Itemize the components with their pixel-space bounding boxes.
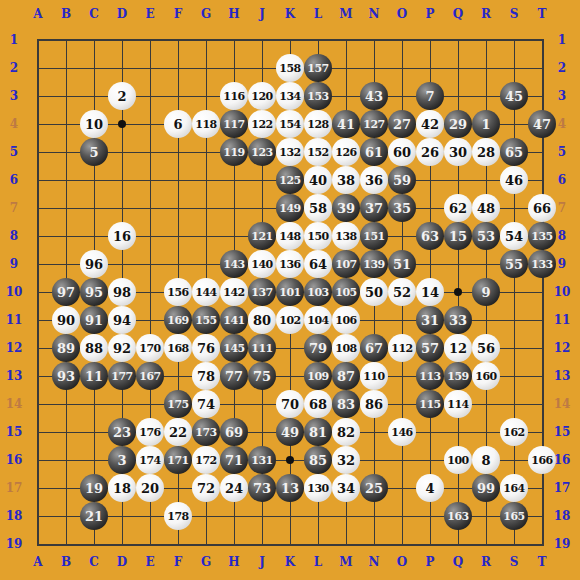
stone-white-80: 80 [248, 306, 276, 334]
row-label-left: 5 [10, 146, 18, 158]
stone-black-67: 67 [360, 334, 388, 362]
stone-black-75: 75 [248, 362, 276, 390]
star-point [118, 120, 126, 128]
stone-black-149: 149 [276, 194, 304, 222]
row-label-left: 6 [10, 174, 18, 186]
column-label-top: L [314, 8, 322, 20]
stone-white-156: 156 [164, 278, 192, 306]
stone-black-95: 95 [80, 278, 108, 306]
stone-white-36: 36 [360, 166, 388, 194]
row-label-left: 8 [10, 230, 18, 242]
row-label-right: 18 [554, 510, 571, 522]
stone-white-82: 82 [332, 418, 360, 446]
row-label-right: 2 [558, 62, 566, 74]
stone-white-10: 10 [80, 110, 108, 138]
stone-white-114: 114 [444, 390, 472, 418]
column-label-top: Q [453, 8, 463, 20]
stone-white-122: 122 [248, 110, 276, 138]
stone-black-59: 59 [388, 166, 416, 194]
stone-black-65: 65 [500, 138, 528, 166]
column-label-top: O [397, 8, 407, 20]
row-label-right: 6 [558, 174, 566, 186]
column-label-top: D [117, 8, 127, 20]
column-label-top: F [174, 8, 183, 20]
column-label-bottom: N [369, 556, 380, 568]
stone-black-157: 157 [304, 54, 332, 82]
stone-white-142: 142 [220, 278, 248, 306]
stone-white-134: 134 [276, 82, 304, 110]
row-label-right: 7 [558, 202, 566, 214]
row-label-left: 7 [10, 202, 18, 214]
row-label-left: 4 [10, 118, 18, 130]
stone-white-56: 56 [472, 334, 500, 362]
stone-black-155: 155 [192, 306, 220, 334]
stone-black-159: 159 [444, 362, 472, 390]
stone-white-48: 48 [472, 194, 500, 222]
stone-black-35: 35 [388, 194, 416, 222]
stone-black-11: 11 [80, 362, 108, 390]
row-label-left: 14 [6, 398, 23, 410]
stone-black-63: 63 [416, 222, 444, 250]
stone-black-177: 177 [108, 362, 136, 390]
stone-white-30: 30 [444, 138, 472, 166]
stone-black-61: 61 [360, 138, 388, 166]
stone-white-8: 8 [472, 446, 500, 474]
column-label-bottom: G [201, 556, 211, 568]
column-label-top: E [145, 8, 154, 20]
column-label-top: B [61, 8, 71, 20]
stone-black-31: 31 [416, 306, 444, 334]
column-label-bottom: M [339, 556, 352, 568]
stone-black-165: 165 [500, 502, 528, 530]
row-label-right: 16 [554, 454, 571, 466]
stone-black-45: 45 [500, 82, 528, 110]
stone-white-52: 52 [388, 278, 416, 306]
stone-white-16: 16 [108, 222, 136, 250]
column-label-bottom: C [89, 556, 99, 568]
row-label-right: 13 [554, 370, 571, 382]
stone-black-73: 73 [248, 474, 276, 502]
row-label-right: 17 [554, 482, 571, 494]
stone-black-171: 171 [164, 446, 192, 474]
column-label-bottom: S [510, 556, 519, 568]
stone-black-23: 23 [108, 418, 136, 446]
stone-white-76: 76 [192, 334, 220, 362]
stone-white-14: 14 [416, 278, 444, 306]
row-label-left: 1 [10, 34, 18, 46]
stone-white-2: 2 [108, 82, 136, 110]
row-label-left: 15 [6, 426, 23, 438]
stone-black-113: 113 [416, 362, 444, 390]
stone-black-109: 109 [304, 362, 332, 390]
row-label-left: 16 [6, 454, 23, 466]
stone-white-46: 46 [500, 166, 528, 194]
stone-white-158: 158 [276, 54, 304, 82]
stone-black-115: 115 [416, 390, 444, 418]
stone-black-167: 167 [136, 362, 164, 390]
stone-black-141: 141 [220, 306, 248, 334]
stone-white-126: 126 [332, 138, 360, 166]
stone-white-130: 130 [304, 474, 332, 502]
row-label-left: 18 [6, 510, 23, 522]
stone-white-68: 68 [304, 390, 332, 418]
stone-black-83: 83 [332, 390, 360, 418]
stone-black-89: 89 [52, 334, 80, 362]
column-label-bottom: P [425, 556, 434, 568]
row-label-left: 2 [10, 62, 18, 74]
stone-black-143: 143 [220, 250, 248, 278]
stone-black-55: 55 [500, 250, 528, 278]
column-label-bottom: Q [453, 556, 463, 568]
stone-white-160: 160 [472, 362, 500, 390]
row-label-left: 19 [6, 538, 23, 550]
column-label-bottom: H [228, 556, 239, 568]
stone-black-137: 137 [248, 278, 276, 306]
stone-white-146: 146 [388, 418, 416, 446]
row-label-right: 11 [554, 314, 571, 326]
row-label-left: 12 [6, 342, 23, 354]
stone-white-96: 96 [80, 250, 108, 278]
stone-white-112: 112 [388, 334, 416, 362]
stone-black-7: 7 [416, 82, 444, 110]
stone-black-125: 125 [276, 166, 304, 194]
stone-black-91: 91 [80, 306, 108, 334]
stone-white-120: 120 [248, 82, 276, 110]
stone-white-42: 42 [416, 110, 444, 138]
star-point [286, 456, 294, 464]
stone-white-100: 100 [444, 446, 472, 474]
stone-white-170: 170 [136, 334, 164, 362]
column-label-bottom: O [397, 556, 407, 568]
stone-black-169: 169 [164, 306, 192, 334]
stone-white-4: 4 [416, 474, 444, 502]
stone-black-13: 13 [276, 474, 304, 502]
row-label-left: 3 [10, 90, 18, 102]
column-label-bottom: D [117, 556, 127, 568]
stone-black-101: 101 [276, 278, 304, 306]
column-label-top: P [425, 8, 434, 20]
stone-white-22: 22 [164, 418, 192, 446]
stone-black-117: 117 [220, 110, 248, 138]
stone-black-103: 103 [304, 278, 332, 306]
column-label-top: N [369, 8, 380, 20]
stone-white-94: 94 [108, 306, 136, 334]
stone-black-163: 163 [444, 502, 472, 530]
stone-black-77: 77 [220, 362, 248, 390]
stone-black-79: 79 [304, 334, 332, 362]
stone-white-172: 172 [192, 446, 220, 474]
stone-white-20: 20 [136, 474, 164, 502]
column-label-bottom: L [314, 556, 322, 568]
stone-white-24: 24 [220, 474, 248, 502]
stone-white-164: 164 [500, 474, 528, 502]
stone-white-162: 162 [500, 418, 528, 446]
stone-black-37: 37 [360, 194, 388, 222]
row-label-left: 17 [6, 482, 23, 494]
stone-black-43: 43 [360, 82, 388, 110]
stone-white-108: 108 [332, 334, 360, 362]
stone-black-99: 99 [472, 474, 500, 502]
stone-white-138: 138 [332, 222, 360, 250]
stone-black-9: 9 [472, 278, 500, 306]
stone-white-178: 178 [164, 502, 192, 530]
row-label-right: 19 [554, 538, 571, 550]
stone-black-33: 33 [444, 306, 472, 334]
stone-white-140: 140 [248, 250, 276, 278]
stone-white-66: 66 [528, 194, 556, 222]
stone-black-93: 93 [52, 362, 80, 390]
stone-white-54: 54 [500, 222, 528, 250]
stone-white-166: 166 [528, 446, 556, 474]
stone-white-86: 86 [360, 390, 388, 418]
stone-white-78: 78 [192, 362, 220, 390]
stone-white-38: 38 [332, 166, 360, 194]
stone-black-87: 87 [332, 362, 360, 390]
stone-white-150: 150 [304, 222, 332, 250]
stone-black-1: 1 [472, 110, 500, 138]
row-label-right: 15 [554, 426, 571, 438]
stone-white-144: 144 [192, 278, 220, 306]
stone-white-70: 70 [276, 390, 304, 418]
stone-white-60: 60 [388, 138, 416, 166]
column-label-bottom: B [61, 556, 71, 568]
stone-black-131: 131 [248, 446, 276, 474]
stone-white-152: 152 [304, 138, 332, 166]
stone-white-72: 72 [192, 474, 220, 502]
stone-black-127: 127 [360, 110, 388, 138]
column-label-bottom: E [145, 556, 154, 568]
row-label-left: 10 [6, 286, 23, 298]
row-label-left: 13 [6, 370, 23, 382]
stone-white-64: 64 [304, 250, 332, 278]
row-label-right: 9 [558, 258, 566, 270]
stone-black-49: 49 [276, 418, 304, 446]
stone-black-121: 121 [248, 222, 276, 250]
stone-black-119: 119 [220, 138, 248, 166]
stone-black-19: 19 [80, 474, 108, 502]
stone-black-175: 175 [164, 390, 192, 418]
stone-white-6: 6 [164, 110, 192, 138]
stone-white-58: 58 [304, 194, 332, 222]
stone-white-28: 28 [472, 138, 500, 166]
go-board[interactable]: AABBCCDDEEFFGGHHJJKKLLMMNNOOPPQQRRSSTT11… [0, 0, 580, 580]
stone-white-174: 174 [136, 446, 164, 474]
stone-black-21: 21 [80, 502, 108, 530]
column-label-bottom: K [285, 556, 295, 568]
column-label-top: T [538, 8, 547, 20]
stone-black-69: 69 [220, 418, 248, 446]
row-label-right: 12 [554, 342, 571, 354]
column-label-top: S [510, 8, 519, 20]
stone-white-168: 168 [164, 334, 192, 362]
stone-white-32: 32 [332, 446, 360, 474]
stone-white-148: 148 [276, 222, 304, 250]
row-label-left: 9 [10, 258, 18, 270]
stone-black-173: 173 [192, 418, 220, 446]
stone-black-29: 29 [444, 110, 472, 138]
stone-white-128: 128 [304, 110, 332, 138]
row-label-right: 1 [558, 34, 566, 46]
stone-white-34: 34 [332, 474, 360, 502]
stone-black-85: 85 [304, 446, 332, 474]
stone-black-47: 47 [528, 110, 556, 138]
stone-black-81: 81 [304, 418, 332, 446]
row-label-right: 14 [554, 398, 571, 410]
stone-white-132: 132 [276, 138, 304, 166]
stone-white-154: 154 [276, 110, 304, 138]
stone-black-27: 27 [388, 110, 416, 138]
stone-white-18: 18 [108, 474, 136, 502]
row-label-right: 3 [558, 90, 566, 102]
column-label-top: J [259, 8, 265, 20]
row-label-right: 8 [558, 230, 566, 242]
stone-black-57: 57 [416, 334, 444, 362]
row-label-left: 11 [6, 314, 23, 326]
stone-black-71: 71 [220, 446, 248, 474]
stone-white-110: 110 [360, 362, 388, 390]
column-label-top: R [481, 8, 491, 20]
column-label-top: M [339, 8, 352, 20]
stone-white-98: 98 [108, 278, 136, 306]
stone-white-118: 118 [192, 110, 220, 138]
stone-black-3: 3 [108, 446, 136, 474]
column-label-top: A [33, 8, 42, 20]
stone-white-74: 74 [192, 390, 220, 418]
stone-black-151: 151 [360, 222, 388, 250]
stone-white-102: 102 [276, 306, 304, 334]
stone-white-104: 104 [304, 306, 332, 334]
stone-white-116: 116 [220, 82, 248, 110]
column-label-top: G [201, 8, 211, 20]
stone-white-88: 88 [80, 334, 108, 362]
row-label-right: 10 [554, 286, 571, 298]
stone-black-53: 53 [472, 222, 500, 250]
stone-black-107: 107 [332, 250, 360, 278]
stone-white-106: 106 [332, 306, 360, 334]
column-label-bottom: T [538, 556, 547, 568]
stone-white-50: 50 [360, 278, 388, 306]
stone-black-25: 25 [360, 474, 388, 502]
column-label-bottom: F [174, 556, 183, 568]
stone-black-41: 41 [332, 110, 360, 138]
stone-black-111: 111 [248, 334, 276, 362]
column-label-bottom: A [33, 556, 42, 568]
column-label-top: K [285, 8, 295, 20]
stone-black-123: 123 [248, 138, 276, 166]
stone-black-133: 133 [528, 250, 556, 278]
stone-black-39: 39 [332, 194, 360, 222]
star-point [454, 288, 462, 296]
row-label-right: 4 [558, 118, 566, 130]
column-label-top: C [89, 8, 99, 20]
column-label-bottom: J [259, 556, 265, 568]
stone-white-136: 136 [276, 250, 304, 278]
stone-black-145: 145 [220, 334, 248, 362]
stone-white-12: 12 [444, 334, 472, 362]
stone-white-40: 40 [304, 166, 332, 194]
stone-white-90: 90 [52, 306, 80, 334]
column-label-bottom: R [481, 556, 491, 568]
stone-black-5: 5 [80, 138, 108, 166]
row-label-right: 5 [558, 146, 566, 158]
stone-white-26: 26 [416, 138, 444, 166]
stone-black-105: 105 [332, 278, 360, 306]
stone-black-15: 15 [444, 222, 472, 250]
stone-black-51: 51 [388, 250, 416, 278]
stone-black-139: 139 [360, 250, 388, 278]
stone-black-135: 135 [528, 222, 556, 250]
column-label-top: H [228, 8, 239, 20]
stone-black-97: 97 [52, 278, 80, 306]
stone-white-176: 176 [136, 418, 164, 446]
stone-white-92: 92 [108, 334, 136, 362]
stone-white-62: 62 [444, 194, 472, 222]
stone-black-153: 153 [304, 82, 332, 110]
